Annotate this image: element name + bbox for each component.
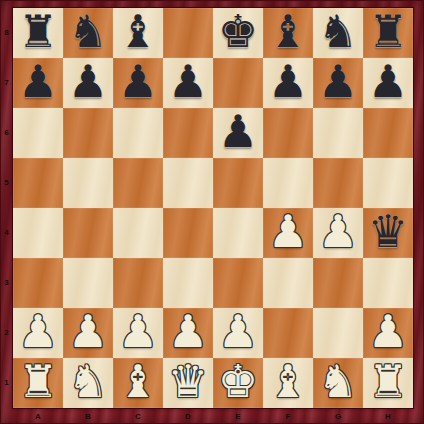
square-g2[interactable] bbox=[313, 308, 363, 358]
piece-white-queen-d1[interactable]: ♛ bbox=[163, 358, 213, 408]
piece-white-pawn-h2[interactable]: ♟ bbox=[363, 308, 413, 358]
file-label-d: D bbox=[163, 410, 213, 424]
file-label-c: C bbox=[113, 410, 163, 424]
square-h2[interactable]: ♟ bbox=[363, 308, 413, 358]
square-e4[interactable] bbox=[213, 208, 263, 258]
square-g5[interactable] bbox=[313, 158, 363, 208]
square-a5[interactable] bbox=[13, 158, 63, 208]
rank-label-2: 2 bbox=[0, 308, 13, 358]
square-e3[interactable] bbox=[213, 258, 263, 308]
square-e5[interactable] bbox=[213, 158, 263, 208]
square-b3[interactable] bbox=[63, 258, 113, 308]
square-b8[interactable]: ♞ bbox=[63, 8, 113, 58]
square-h1[interactable]: ♜ bbox=[363, 358, 413, 408]
square-g6[interactable] bbox=[313, 108, 363, 158]
piece-black-rook-a8[interactable]: ♜ bbox=[13, 8, 63, 58]
square-h3[interactable] bbox=[363, 258, 413, 308]
square-g1[interactable]: ♞ bbox=[313, 358, 363, 408]
square-g8[interactable]: ♞ bbox=[313, 8, 363, 58]
piece-black-pawn-h7[interactable]: ♟ bbox=[363, 58, 413, 108]
piece-white-knight-b1[interactable]: ♞ bbox=[63, 358, 113, 408]
square-e6[interactable]: ♟ bbox=[213, 108, 263, 158]
square-f8[interactable]: ♝ bbox=[263, 8, 313, 58]
square-d8[interactable] bbox=[163, 8, 213, 58]
rank-label-5: 5 bbox=[0, 158, 13, 208]
rank-label-7: 7 bbox=[0, 58, 13, 108]
file-label-a: A bbox=[13, 410, 63, 424]
rank-label-8: 8 bbox=[0, 8, 13, 58]
square-h7[interactable]: ♟ bbox=[363, 58, 413, 108]
square-h6[interactable] bbox=[363, 108, 413, 158]
rank-label-6: 6 bbox=[0, 108, 13, 158]
square-b2[interactable]: ♟ bbox=[63, 308, 113, 358]
square-f5[interactable] bbox=[263, 158, 313, 208]
square-d4[interactable] bbox=[163, 208, 213, 258]
piece-white-pawn-c2[interactable]: ♟ bbox=[113, 308, 163, 358]
square-a7[interactable]: ♟ bbox=[13, 58, 63, 108]
file-label-e: E bbox=[213, 410, 263, 424]
square-h8[interactable]: ♜ bbox=[363, 8, 413, 58]
piece-black-pawn-b7[interactable]: ♟ bbox=[63, 58, 113, 108]
square-d3[interactable] bbox=[163, 258, 213, 308]
square-e2[interactable]: ♟ bbox=[213, 308, 263, 358]
square-g7[interactable]: ♟ bbox=[313, 58, 363, 108]
piece-white-pawn-e2[interactable]: ♟ bbox=[213, 308, 263, 358]
piece-black-pawn-d7[interactable]: ♟ bbox=[163, 58, 213, 108]
square-d5[interactable] bbox=[163, 158, 213, 208]
piece-white-king-e1[interactable]: ♚ bbox=[213, 358, 263, 408]
square-c8[interactable]: ♝ bbox=[113, 8, 163, 58]
piece-white-rook-a1[interactable]: ♜ bbox=[13, 358, 63, 408]
rank-label-1: 1 bbox=[0, 358, 13, 408]
square-c2[interactable]: ♟ bbox=[113, 308, 163, 358]
square-b4[interactable] bbox=[63, 208, 113, 258]
piece-black-queen-h4[interactable]: ♛ bbox=[363, 208, 413, 258]
chess-board-frame: ♜♞♝♚♝♞♜♟♟♟♟♟♟♟♟♟♟♛♟♟♟♟♟♟♜♞♝♛♚♝♞♜ 8765432… bbox=[0, 0, 424, 424]
piece-black-pawn-f7[interactable]: ♟ bbox=[263, 58, 313, 108]
square-d2[interactable]: ♟ bbox=[163, 308, 213, 358]
square-a1[interactable]: ♜ bbox=[13, 358, 63, 408]
square-d6[interactable] bbox=[163, 108, 213, 158]
square-b6[interactable] bbox=[63, 108, 113, 158]
square-c5[interactable] bbox=[113, 158, 163, 208]
piece-white-pawn-a2[interactable]: ♟ bbox=[13, 308, 63, 358]
square-b5[interactable] bbox=[63, 158, 113, 208]
piece-black-pawn-e6[interactable]: ♟ bbox=[213, 108, 263, 158]
square-c4[interactable] bbox=[113, 208, 163, 258]
square-f4[interactable]: ♟ bbox=[263, 208, 313, 258]
square-f7[interactable]: ♟ bbox=[263, 58, 313, 108]
square-d7[interactable]: ♟ bbox=[163, 58, 213, 108]
piece-white-pawn-d2[interactable]: ♟ bbox=[163, 308, 213, 358]
square-c7[interactable]: ♟ bbox=[113, 58, 163, 108]
square-c6[interactable] bbox=[113, 108, 163, 158]
square-f1[interactable]: ♝ bbox=[263, 358, 313, 408]
piece-black-bishop-c8[interactable]: ♝ bbox=[113, 8, 163, 58]
file-label-h: H bbox=[363, 410, 413, 424]
square-a8[interactable]: ♜ bbox=[13, 8, 63, 58]
square-g3[interactable] bbox=[313, 258, 363, 308]
piece-white-pawn-b2[interactable]: ♟ bbox=[63, 308, 113, 358]
file-label-f: F bbox=[263, 410, 313, 424]
rank-label-4: 4 bbox=[0, 208, 13, 258]
square-d1[interactable]: ♛ bbox=[163, 358, 213, 408]
piece-black-king-e8[interactable]: ♚ bbox=[213, 8, 263, 58]
piece-black-bishop-f8[interactable]: ♝ bbox=[263, 8, 313, 58]
square-h4[interactable]: ♛ bbox=[363, 208, 413, 258]
square-e8[interactable]: ♚ bbox=[213, 8, 263, 58]
piece-black-knight-g8[interactable]: ♞ bbox=[313, 8, 363, 58]
piece-white-knight-g1[interactable]: ♞ bbox=[313, 358, 363, 408]
piece-black-pawn-a7[interactable]: ♟ bbox=[13, 58, 63, 108]
square-h5[interactable] bbox=[363, 158, 413, 208]
square-a6[interactable] bbox=[13, 108, 63, 158]
piece-black-knight-b8[interactable]: ♞ bbox=[63, 8, 113, 58]
piece-black-rook-h8[interactable]: ♜ bbox=[363, 8, 413, 58]
square-c1[interactable]: ♝ bbox=[113, 358, 163, 408]
piece-white-pawn-f4[interactable]: ♟ bbox=[263, 208, 313, 258]
file-label-b: B bbox=[63, 410, 113, 424]
chess-board: ♜♞♝♚♝♞♜♟♟♟♟♟♟♟♟♟♟♛♟♟♟♟♟♟♜♞♝♛♚♝♞♜ bbox=[13, 8, 413, 408]
square-f3[interactable] bbox=[263, 258, 313, 308]
square-a3[interactable] bbox=[13, 258, 63, 308]
square-f6[interactable] bbox=[263, 108, 313, 158]
square-c3[interactable] bbox=[113, 258, 163, 308]
square-g4[interactable]: ♟ bbox=[313, 208, 363, 258]
piece-white-pawn-g4[interactable]: ♟ bbox=[313, 208, 363, 258]
square-b7[interactable]: ♟ bbox=[63, 58, 113, 108]
square-a4[interactable] bbox=[13, 208, 63, 258]
rank-label-3: 3 bbox=[0, 258, 13, 308]
piece-black-pawn-c7[interactable]: ♟ bbox=[113, 58, 163, 108]
piece-white-bishop-c1[interactable]: ♝ bbox=[113, 358, 163, 408]
file-label-g: G bbox=[313, 410, 363, 424]
piece-black-pawn-g7[interactable]: ♟ bbox=[313, 58, 363, 108]
square-f2[interactable] bbox=[263, 308, 313, 358]
square-e1[interactable]: ♚ bbox=[213, 358, 263, 408]
piece-white-bishop-f1[interactable]: ♝ bbox=[263, 358, 313, 408]
piece-white-rook-h1[interactable]: ♜ bbox=[363, 358, 413, 408]
square-e7[interactable] bbox=[213, 58, 263, 108]
square-a2[interactable]: ♟ bbox=[13, 308, 63, 358]
square-b1[interactable]: ♞ bbox=[63, 358, 113, 408]
